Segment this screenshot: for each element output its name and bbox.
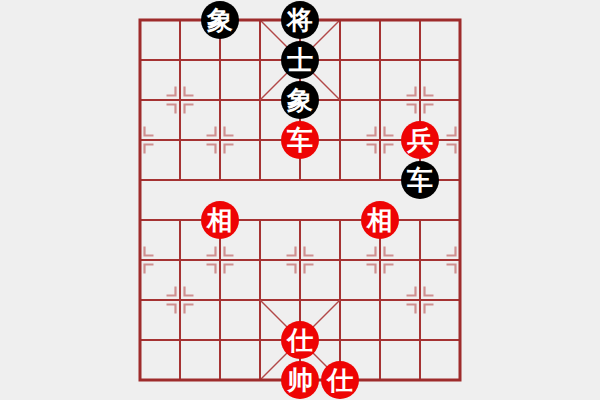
board-point[interactable] <box>120 280 160 320</box>
black-elephant-1[interactable]: 象 <box>201 1 239 39</box>
board-point[interactable] <box>160 40 200 80</box>
black-advisor[interactable]: 士 <box>281 41 319 79</box>
board-point[interactable] <box>200 360 240 400</box>
board-point[interactable]: 仕 <box>280 320 320 360</box>
red-advisor-1[interactable]: 仕 <box>281 321 319 359</box>
board-point[interactable] <box>440 160 480 200</box>
board-point[interactable]: 车 <box>400 160 440 200</box>
board-point[interactable] <box>160 80 200 120</box>
board-point[interactable] <box>240 280 280 320</box>
board-point[interactable] <box>280 160 320 200</box>
board-point[interactable]: 车 <box>280 120 320 160</box>
board-point[interactable] <box>160 200 200 240</box>
board-point[interactable]: 象 <box>200 0 240 40</box>
board-point[interactable]: 仕 <box>320 360 360 400</box>
black-chariot[interactable]: 车 <box>401 161 439 199</box>
board-point[interactable] <box>440 360 480 400</box>
board-point[interactable] <box>240 40 280 80</box>
board-point[interactable] <box>160 120 200 160</box>
board-point[interactable] <box>360 240 400 280</box>
board-point[interactable] <box>440 200 480 240</box>
board-point[interactable] <box>400 0 440 40</box>
board-point[interactable] <box>320 240 360 280</box>
board-point[interactable] <box>320 0 360 40</box>
board-point[interactable] <box>320 80 360 120</box>
board-point[interactable] <box>320 40 360 80</box>
board-point[interactable]: 士 <box>280 40 320 80</box>
board-point[interactable] <box>240 200 280 240</box>
red-advisor-2[interactable]: 仕 <box>321 361 359 399</box>
red-elephant-2[interactable]: 相 <box>361 201 399 239</box>
red-elephant-1[interactable]: 相 <box>201 201 239 239</box>
board-point[interactable] <box>320 200 360 240</box>
board-point[interactable] <box>200 320 240 360</box>
board-point[interactable] <box>280 240 320 280</box>
board-point[interactable] <box>320 280 360 320</box>
board-point[interactable] <box>120 120 160 160</box>
board-point[interactable] <box>320 120 360 160</box>
board-point[interactable] <box>200 120 240 160</box>
board-point[interactable]: 帅 <box>280 360 320 400</box>
board-point[interactable] <box>200 80 240 120</box>
black-general[interactable]: 将 <box>281 1 319 39</box>
board-point[interactable] <box>120 160 160 200</box>
black-elephant-2[interactable]: 象 <box>281 81 319 119</box>
board-point[interactable] <box>120 240 160 280</box>
board-point[interactable] <box>120 200 160 240</box>
board-point[interactable] <box>240 240 280 280</box>
board-point[interactable] <box>400 320 440 360</box>
board-point[interactable] <box>360 320 400 360</box>
board-point[interactable] <box>320 160 360 200</box>
board-point[interactable] <box>280 280 320 320</box>
board-point[interactable] <box>200 40 240 80</box>
board-point[interactable] <box>440 120 480 160</box>
board-point[interactable] <box>160 240 200 280</box>
board-point[interactable] <box>120 80 160 120</box>
board-point[interactable] <box>360 360 400 400</box>
board-point[interactable] <box>360 40 400 80</box>
board-point[interactable] <box>400 200 440 240</box>
board-point[interactable] <box>240 80 280 120</box>
board-point[interactable] <box>240 360 280 400</box>
board-point[interactable]: 象 <box>280 80 320 120</box>
board-point[interactable] <box>400 240 440 280</box>
board-point[interactable] <box>360 0 400 40</box>
board-point[interactable] <box>120 320 160 360</box>
board-point[interactable] <box>440 0 480 40</box>
board-point[interactable] <box>160 360 200 400</box>
board-point[interactable] <box>400 40 440 80</box>
board-point[interactable] <box>440 280 480 320</box>
board-point[interactable] <box>400 360 440 400</box>
board-point[interactable] <box>440 240 480 280</box>
board-point[interactable] <box>240 320 280 360</box>
red-soldier[interactable]: 兵 <box>401 121 439 159</box>
board-point[interactable] <box>240 120 280 160</box>
board-point[interactable] <box>280 200 320 240</box>
board-point[interactable] <box>120 40 160 80</box>
board-point[interactable] <box>160 0 200 40</box>
board-point[interactable] <box>400 280 440 320</box>
board-point[interactable] <box>200 280 240 320</box>
board-point[interactable] <box>360 160 400 200</box>
red-general[interactable]: 帅 <box>281 361 319 399</box>
board-point[interactable] <box>200 160 240 200</box>
board-point[interactable] <box>160 160 200 200</box>
board-point[interactable] <box>440 320 480 360</box>
board-point[interactable] <box>240 160 280 200</box>
board-point[interactable] <box>240 0 280 40</box>
board-point[interactable] <box>160 320 200 360</box>
board-point[interactable]: 兵 <box>400 120 440 160</box>
board-point[interactable]: 将 <box>280 0 320 40</box>
board-point[interactable] <box>360 120 400 160</box>
board-point[interactable] <box>200 240 240 280</box>
board-point[interactable] <box>360 80 400 120</box>
board-point[interactable] <box>120 360 160 400</box>
board-point[interactable] <box>440 40 480 80</box>
board-point[interactable] <box>160 280 200 320</box>
red-chariot[interactable]: 车 <box>281 121 319 159</box>
board-point[interactable] <box>440 80 480 120</box>
board-point[interactable]: 相 <box>360 200 400 240</box>
xiangqi-app: 象将士象车兵车相相仕帅仕 <box>0 0 600 400</box>
xiangqi-board: 象将士象车兵车相相仕帅仕 <box>120 0 480 400</box>
board-point[interactable] <box>120 0 160 40</box>
board-point[interactable]: 相 <box>200 200 240 240</box>
board-point[interactable] <box>360 280 400 320</box>
board-point[interactable] <box>320 320 360 360</box>
board-point[interactable] <box>400 80 440 120</box>
